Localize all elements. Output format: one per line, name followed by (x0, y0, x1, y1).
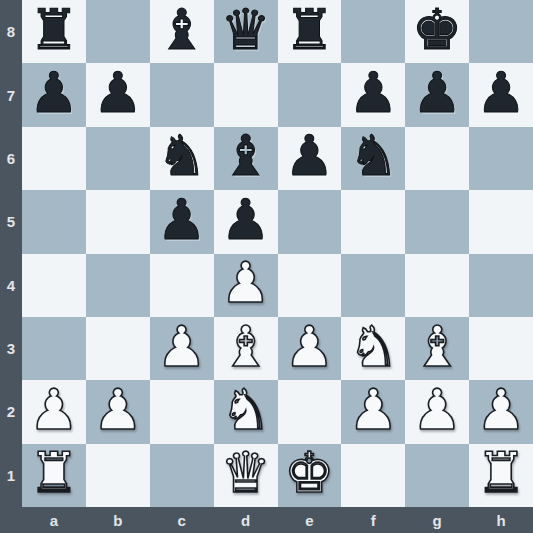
square-d1[interactable]: ♛ (214, 444, 278, 507)
rank-label-7: 7 (0, 63, 22, 126)
square-f3[interactable]: ♞ (341, 317, 405, 380)
file-label-f: f (341, 507, 405, 533)
square-b2[interactable]: ♟ (86, 380, 150, 443)
square-h4[interactable] (469, 254, 533, 317)
white-bishop-d3[interactable]: ♝ (220, 319, 270, 375)
square-g7[interactable]: ♟ (405, 63, 469, 126)
square-e8[interactable]: ♜ (278, 0, 342, 63)
square-a3[interactable] (22, 317, 86, 380)
square-h1[interactable]: ♜ (469, 444, 533, 507)
square-c4[interactable] (150, 254, 214, 317)
white-rook-h1[interactable]: ♜ (476, 445, 526, 501)
square-e4[interactable] (278, 254, 342, 317)
white-pawn-d4[interactable]: ♟ (220, 255, 270, 311)
square-b5[interactable] (86, 190, 150, 253)
white-pawn-g2[interactable]: ♟ (412, 382, 462, 438)
square-b3[interactable] (86, 317, 150, 380)
rank-label-5: 5 (0, 190, 22, 253)
square-c7[interactable] (150, 63, 214, 126)
white-queen-d1[interactable]: ♛ (220, 445, 270, 501)
rank-label-8: 8 (0, 0, 22, 63)
white-bishop-g3[interactable]: ♝ (412, 319, 462, 375)
square-g8[interactable]: ♚ (405, 0, 469, 63)
black-bishop-d6[interactable]: ♝ (220, 128, 270, 184)
square-g6[interactable] (405, 127, 469, 190)
file-label-a: a (22, 507, 86, 533)
square-b8[interactable] (86, 0, 150, 63)
chess-board-widget: 87654321 ♜♝♛♜♚♟♟♟♟♟♞♝♟♞♟♟♟♟♝♟♞♝♟♟♞♟♟♟♜♛♚… (0, 0, 533, 533)
black-pawn-h7[interactable]: ♟ (476, 65, 526, 121)
white-pawn-e3[interactable]: ♟ (284, 319, 334, 375)
file-label-b: b (86, 507, 150, 533)
square-g3[interactable]: ♝ (405, 317, 469, 380)
black-pawn-b7[interactable]: ♟ (93, 65, 143, 121)
file-label-c: c (150, 507, 214, 533)
white-knight-f3[interactable]: ♞ (348, 319, 398, 375)
square-a8[interactable]: ♜ (22, 0, 86, 63)
square-h6[interactable] (469, 127, 533, 190)
file-label-e: e (278, 507, 342, 533)
square-a6[interactable] (22, 127, 86, 190)
square-c2[interactable] (150, 380, 214, 443)
white-pawn-f2[interactable]: ♟ (348, 382, 398, 438)
square-f1[interactable] (341, 444, 405, 507)
square-h3[interactable] (469, 317, 533, 380)
square-g4[interactable] (405, 254, 469, 317)
black-pawn-c5[interactable]: ♟ (157, 192, 207, 248)
square-f7[interactable]: ♟ (341, 63, 405, 126)
chess-board[interactable]: ♜♝♛♜♚♟♟♟♟♟♞♝♟♞♟♟♟♟♝♟♞♝♟♟♞♟♟♟♜♛♚♜ (22, 0, 533, 507)
square-h8[interactable] (469, 0, 533, 63)
square-g2[interactable]: ♟ (405, 380, 469, 443)
rank-label-1: 1 (0, 444, 22, 507)
black-king-g8[interactable]: ♚ (412, 2, 462, 58)
black-rook-a8[interactable]: ♜ (29, 2, 79, 58)
square-h2[interactable]: ♟ (469, 380, 533, 443)
black-queen-d8[interactable]: ♛ (220, 2, 270, 58)
square-d2[interactable]: ♞ (214, 380, 278, 443)
black-rook-e8[interactable]: ♜ (284, 2, 334, 58)
square-d3[interactable]: ♝ (214, 317, 278, 380)
square-f5[interactable] (341, 190, 405, 253)
black-pawn-g7[interactable]: ♟ (412, 65, 462, 121)
square-d6[interactable]: ♝ (214, 127, 278, 190)
square-c5[interactable]: ♟ (150, 190, 214, 253)
square-b1[interactable] (86, 444, 150, 507)
black-knight-c6[interactable]: ♞ (157, 128, 207, 184)
white-pawn-a2[interactable]: ♟ (29, 382, 79, 438)
white-king-e1[interactable]: ♚ (284, 445, 334, 501)
square-c3[interactable]: ♟ (150, 317, 214, 380)
square-c6[interactable]: ♞ (150, 127, 214, 190)
square-a4[interactable] (22, 254, 86, 317)
square-c8[interactable]: ♝ (150, 0, 214, 63)
square-d5[interactable]: ♟ (214, 190, 278, 253)
white-pawn-h2[interactable]: ♟ (476, 382, 526, 438)
square-h7[interactable]: ♟ (469, 63, 533, 126)
white-rook-a1[interactable]: ♜ (29, 445, 79, 501)
square-e2[interactable] (278, 380, 342, 443)
square-d7[interactable] (214, 63, 278, 126)
square-f2[interactable]: ♟ (341, 380, 405, 443)
square-b4[interactable] (86, 254, 150, 317)
black-pawn-d5[interactable]: ♟ (220, 192, 270, 248)
white-pawn-c3[interactable]: ♟ (157, 319, 207, 375)
black-pawn-f7[interactable]: ♟ (348, 65, 398, 121)
square-g1[interactable] (405, 444, 469, 507)
square-a5[interactable] (22, 190, 86, 253)
black-bishop-c8[interactable]: ♝ (157, 2, 207, 58)
black-pawn-e6[interactable]: ♟ (284, 128, 334, 184)
square-e3[interactable]: ♟ (278, 317, 342, 380)
square-a1[interactable]: ♜ (22, 444, 86, 507)
square-b6[interactable] (86, 127, 150, 190)
square-b7[interactable]: ♟ (86, 63, 150, 126)
square-f4[interactable] (341, 254, 405, 317)
square-e5[interactable] (278, 190, 342, 253)
white-pawn-b2[interactable]: ♟ (93, 382, 143, 438)
square-e6[interactable]: ♟ (278, 127, 342, 190)
file-label-d: d (214, 507, 278, 533)
rank-label-2: 2 (0, 380, 22, 443)
square-h5[interactable] (469, 190, 533, 253)
square-a2[interactable]: ♟ (22, 380, 86, 443)
black-knight-f6[interactable]: ♞ (348, 128, 398, 184)
square-e1[interactable]: ♚ (278, 444, 342, 507)
square-e7[interactable] (278, 63, 342, 126)
square-a7[interactable]: ♟ (22, 63, 86, 126)
square-f8[interactable] (341, 0, 405, 63)
file-label-h: h (469, 507, 533, 533)
file-label-g: g (405, 507, 469, 533)
square-c1[interactable] (150, 444, 214, 507)
white-knight-d2[interactable]: ♞ (220, 382, 270, 438)
rank-label-6: 6 (0, 127, 22, 190)
square-g5[interactable] (405, 190, 469, 253)
square-d4[interactable]: ♟ (214, 254, 278, 317)
rank-label-4: 4 (0, 254, 22, 317)
rank-label-3: 3 (0, 317, 22, 380)
square-f6[interactable]: ♞ (341, 127, 405, 190)
square-d8[interactable]: ♛ (214, 0, 278, 63)
black-pawn-a7[interactable]: ♟ (29, 65, 79, 121)
rank-labels: 87654321 (0, 0, 22, 507)
file-labels: abcdefgh (22, 507, 533, 533)
